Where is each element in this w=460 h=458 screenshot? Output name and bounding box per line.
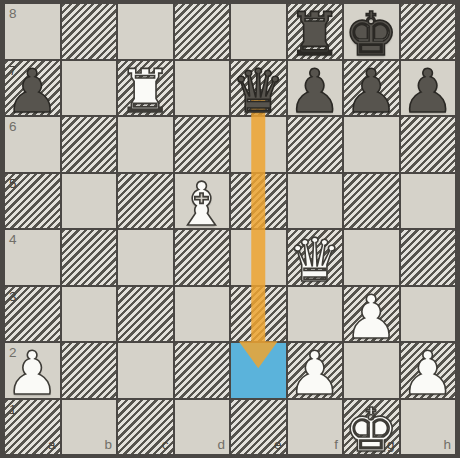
square-g3[interactable]: ♟ <box>344 287 399 342</box>
file-label-d: d <box>217 438 225 452</box>
square-d8[interactable] <box>175 4 230 59</box>
square-c7[interactable]: ♜ <box>118 61 173 116</box>
square-e4[interactable] <box>231 230 286 285</box>
rank-label-4: 4 <box>9 233 17 247</box>
square-g5[interactable] <box>344 174 399 229</box>
chess-board: 8♜♚7♟♜♛♟♟♟65♝4♛3♟2♟♟♟1abcdefg♚h <box>5 4 455 454</box>
square-g7[interactable]: ♟ <box>344 61 399 116</box>
square-g4[interactable] <box>344 230 399 285</box>
square-e8[interactable] <box>231 4 286 59</box>
square-d7[interactable] <box>175 61 230 116</box>
file-label-e: e <box>274 438 282 452</box>
black-pawn[interactable]: ♟ <box>344 61 398 121</box>
file-label-c: c <box>162 438 169 452</box>
square-a7[interactable]: 7♟ <box>5 61 60 116</box>
square-h5[interactable] <box>401 174 456 229</box>
square-f5[interactable] <box>288 174 343 229</box>
square-b7[interactable] <box>62 61 117 116</box>
square-e1[interactable]: e <box>231 400 286 455</box>
white-pawn[interactable]: ♟ <box>401 343 455 403</box>
square-f2[interactable]: ♟ <box>288 343 343 398</box>
file-label-h: h <box>443 438 451 452</box>
rank-label-3: 3 <box>9 290 17 304</box>
square-b1[interactable]: b <box>62 400 117 455</box>
square-b2[interactable] <box>62 343 117 398</box>
square-h8[interactable] <box>401 4 456 59</box>
square-a5[interactable]: 5 <box>5 174 60 229</box>
square-c1[interactable]: c <box>118 400 173 455</box>
square-e7[interactable]: ♛ <box>231 61 286 116</box>
white-bishop[interactable]: ♝ <box>175 174 229 234</box>
square-d5[interactable]: ♝ <box>175 174 230 229</box>
square-a2[interactable]: 2♟ <box>5 343 60 398</box>
file-label-a: a <box>48 438 56 452</box>
square-d1[interactable]: d <box>175 400 230 455</box>
square-b5[interactable] <box>62 174 117 229</box>
square-b6[interactable] <box>62 117 117 172</box>
square-c4[interactable] <box>118 230 173 285</box>
black-pawn[interactable]: ♟ <box>401 61 455 121</box>
white-king[interactable]: ♚ <box>344 400 398 458</box>
chess-board-window: 8♜♚7♟♜♛♟♟♟65♝4♛3♟2♟♟♟1abcdefg♚h <box>0 0 460 458</box>
square-a3[interactable]: 3 <box>5 287 60 342</box>
square-c2[interactable] <box>118 343 173 398</box>
square-h3[interactable] <box>401 287 456 342</box>
square-a4[interactable]: 4 <box>5 230 60 285</box>
square-c3[interactable] <box>118 287 173 342</box>
square-c8[interactable] <box>118 4 173 59</box>
black-pawn[interactable]: ♟ <box>288 61 342 121</box>
square-h2[interactable]: ♟ <box>401 343 456 398</box>
square-d6[interactable] <box>175 117 230 172</box>
white-queen[interactable]: ♛ <box>288 230 342 290</box>
file-label-b: b <box>104 438 112 452</box>
square-f8[interactable]: ♜ <box>288 4 343 59</box>
black-queen[interactable]: ♛ <box>231 61 285 121</box>
square-a8[interactable]: 8 <box>5 4 60 59</box>
square-f4[interactable]: ♛ <box>288 230 343 285</box>
square-b3[interactable] <box>62 287 117 342</box>
square-h4[interactable] <box>401 230 456 285</box>
rank-label-8: 8 <box>9 7 17 21</box>
white-pawn[interactable]: ♟ <box>288 343 342 403</box>
square-c5[interactable] <box>118 174 173 229</box>
square-f7[interactable]: ♟ <box>288 61 343 116</box>
square-e5[interactable] <box>231 174 286 229</box>
square-g8[interactable]: ♚ <box>344 4 399 59</box>
square-d2[interactable] <box>175 343 230 398</box>
square-b8[interactable] <box>62 4 117 59</box>
white-pawn[interactable]: ♟ <box>5 343 59 403</box>
square-b4[interactable] <box>62 230 117 285</box>
white-rook[interactable]: ♜ <box>118 61 172 121</box>
square-e3[interactable] <box>231 287 286 342</box>
white-pawn[interactable]: ♟ <box>344 287 398 347</box>
rank-label-5: 5 <box>9 177 17 191</box>
black-pawn[interactable]: ♟ <box>5 61 59 121</box>
square-g1[interactable]: g♚ <box>344 400 399 455</box>
square-h7[interactable]: ♟ <box>401 61 456 116</box>
square-e2[interactable] <box>231 343 286 398</box>
square-d3[interactable] <box>175 287 230 342</box>
file-label-f: f <box>334 438 338 452</box>
